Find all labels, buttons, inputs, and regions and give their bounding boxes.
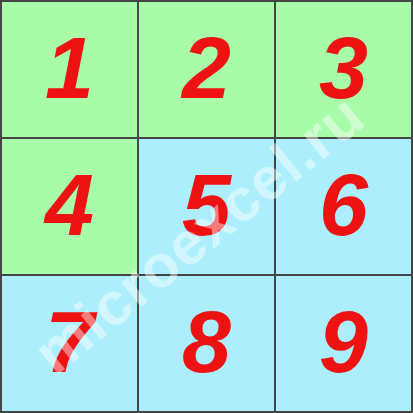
number-grid-board: 1 2 3 4 5 6 7 8 9 microexcel.ru [0, 0, 413, 413]
cell-r1c1: 1 [2, 2, 137, 137]
cell-r1c2: 2 [139, 2, 274, 137]
cell-r2c3: 6 [276, 139, 411, 274]
cell-r2c2: 5 [139, 139, 274, 274]
cell-r2c1: 4 [2, 139, 137, 274]
cell-r3c2: 8 [139, 276, 274, 411]
cell-r3c1: 7 [2, 276, 137, 411]
cell-r1c3: 3 [276, 2, 411, 137]
cell-r3c3: 9 [276, 276, 411, 411]
